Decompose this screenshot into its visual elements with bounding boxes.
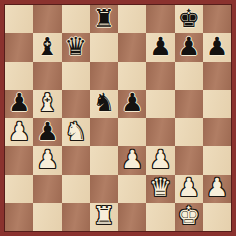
square-e1[interactable] [118, 203, 146, 231]
piece-white-pawn: ♟ [206, 175, 228, 200]
square-g4[interactable] [175, 118, 203, 146]
square-e7[interactable] [118, 33, 146, 61]
square-a5[interactable]: ♟ [5, 90, 33, 118]
square-b7[interactable]: ♝ [33, 33, 61, 61]
piece-white-queen: ♛ [149, 175, 171, 200]
square-h4[interactable] [203, 118, 231, 146]
square-d1[interactable]: ♜ [90, 203, 118, 231]
piece-white-pawn: ♟ [121, 147, 143, 172]
square-e5[interactable]: ♟ [118, 90, 146, 118]
piece-black-bishop: ♝ [36, 34, 58, 59]
square-c1[interactable] [62, 203, 90, 231]
square-h2[interactable]: ♟ [203, 175, 231, 203]
square-h8[interactable] [203, 5, 231, 33]
square-d5[interactable]: ♞ [90, 90, 118, 118]
square-c6[interactable] [62, 62, 90, 90]
piece-black-pawn: ♟ [121, 90, 143, 115]
square-f3[interactable]: ♟ [146, 146, 174, 174]
square-b3[interactable]: ♟ [33, 146, 61, 174]
square-g7[interactable]: ♟ [175, 33, 203, 61]
square-g2[interactable]: ♟ [175, 175, 203, 203]
square-b1[interactable] [33, 203, 61, 231]
square-a2[interactable] [5, 175, 33, 203]
square-f1[interactable] [146, 203, 174, 231]
piece-black-pawn: ♟ [177, 34, 199, 59]
square-a8[interactable] [5, 5, 33, 33]
piece-white-knight: ♞ [64, 119, 86, 144]
square-d7[interactable] [90, 33, 118, 61]
piece-black-pawn: ♟ [36, 119, 58, 144]
square-b2[interactable] [33, 175, 61, 203]
square-h3[interactable] [203, 146, 231, 174]
square-e4[interactable] [118, 118, 146, 146]
piece-white-pawn: ♟ [149, 147, 171, 172]
square-b5[interactable]: ♝ [33, 90, 61, 118]
square-b8[interactable] [33, 5, 61, 33]
piece-white-rook: ♜ [93, 203, 115, 228]
square-a4[interactable]: ♟ [5, 118, 33, 146]
square-c8[interactable] [62, 5, 90, 33]
piece-black-pawn: ♟ [149, 34, 171, 59]
square-e2[interactable] [118, 175, 146, 203]
square-f8[interactable] [146, 5, 174, 33]
square-e6[interactable] [118, 62, 146, 90]
square-d4[interactable] [90, 118, 118, 146]
square-c2[interactable] [62, 175, 90, 203]
square-h1[interactable] [203, 203, 231, 231]
square-c7[interactable]: ♛ [62, 33, 90, 61]
square-f6[interactable] [146, 62, 174, 90]
square-c5[interactable] [62, 90, 90, 118]
piece-white-pawn: ♟ [177, 175, 199, 200]
square-e3[interactable]: ♟ [118, 146, 146, 174]
square-c4[interactable]: ♞ [62, 118, 90, 146]
square-d2[interactable] [90, 175, 118, 203]
square-d3[interactable] [90, 146, 118, 174]
piece-white-pawn: ♟ [36, 147, 58, 172]
square-a3[interactable] [5, 146, 33, 174]
square-b4[interactable]: ♟ [33, 118, 61, 146]
square-c3[interactable] [62, 146, 90, 174]
chess-board: ♜♚♝♛♟♟♟♟♝♞♟♟♟♞♟♟♟♛♟♟♜♚ [5, 5, 231, 231]
piece-white-king: ♚ [177, 203, 199, 228]
square-b6[interactable] [33, 62, 61, 90]
square-a1[interactable] [5, 203, 33, 231]
piece-black-king: ♚ [177, 6, 199, 31]
square-g6[interactable] [175, 62, 203, 90]
square-g5[interactable] [175, 90, 203, 118]
square-e8[interactable] [118, 5, 146, 33]
square-h7[interactable]: ♟ [203, 33, 231, 61]
piece-black-queen: ♛ [64, 34, 86, 59]
piece-white-pawn: ♟ [8, 119, 30, 144]
square-g3[interactable] [175, 146, 203, 174]
piece-black-rook: ♜ [93, 6, 115, 31]
square-g1[interactable]: ♚ [175, 203, 203, 231]
square-g8[interactable]: ♚ [175, 5, 203, 33]
square-f2[interactable]: ♛ [146, 175, 174, 203]
square-f7[interactable]: ♟ [146, 33, 174, 61]
square-h5[interactable] [203, 90, 231, 118]
square-a7[interactable] [5, 33, 33, 61]
square-d6[interactable] [90, 62, 118, 90]
square-a6[interactable] [5, 62, 33, 90]
piece-black-pawn: ♟ [8, 90, 30, 115]
piece-white-bishop: ♝ [36, 90, 58, 115]
square-f5[interactable] [146, 90, 174, 118]
square-d8[interactable]: ♜ [90, 5, 118, 33]
square-f4[interactable] [146, 118, 174, 146]
piece-black-pawn: ♟ [206, 34, 228, 59]
board-frame: ♜♚♝♛♟♟♟♟♝♞♟♟♟♞♟♟♟♛♟♟♜♚ [0, 0, 236, 236]
square-h6[interactable] [203, 62, 231, 90]
piece-black-knight: ♞ [93, 90, 115, 115]
